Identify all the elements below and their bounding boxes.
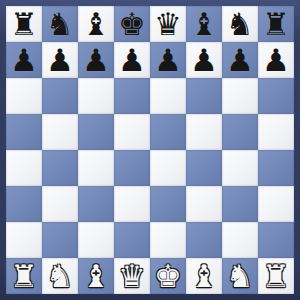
white-knight[interactable]: ♞ (226, 258, 254, 294)
square-c2[interactable] (78, 222, 114, 258)
square-h7[interactable]: ♟ (258, 42, 294, 78)
black-rook[interactable]: ♜ (262, 6, 290, 42)
square-a3[interactable] (6, 186, 42, 222)
white-bishop[interactable]: ♝ (82, 258, 110, 294)
square-a2[interactable] (6, 222, 42, 258)
square-g1[interactable]: ♞ (222, 258, 258, 294)
black-bishop[interactable]: ♝ (82, 6, 110, 42)
square-c7[interactable]: ♟ (78, 42, 114, 78)
white-bishop[interactable]: ♝ (190, 258, 218, 294)
square-a7[interactable]: ♟ (6, 42, 42, 78)
square-a6[interactable] (6, 78, 42, 114)
square-f2[interactable] (186, 222, 222, 258)
black-pawn[interactable]: ♟ (154, 42, 182, 78)
black-bishop[interactable]: ♝ (190, 6, 218, 42)
square-g3[interactable] (222, 186, 258, 222)
square-f8[interactable]: ♝ (186, 6, 222, 42)
square-f1[interactable]: ♝ (186, 258, 222, 294)
square-b8[interactable]: ♞ (42, 6, 78, 42)
square-h5[interactable] (258, 114, 294, 150)
square-e2[interactable] (150, 222, 186, 258)
square-h4[interactable] (258, 150, 294, 186)
black-rook[interactable]: ♜ (10, 6, 38, 42)
white-rook[interactable]: ♜ (262, 258, 290, 294)
square-c4[interactable] (78, 150, 114, 186)
square-f5[interactable] (186, 114, 222, 150)
white-rook[interactable]: ♜ (10, 258, 38, 294)
square-b6[interactable] (42, 78, 78, 114)
black-knight[interactable]: ♞ (226, 6, 254, 42)
white-king[interactable]: ♚ (154, 258, 182, 294)
square-e8[interactable]: ♛ (150, 6, 186, 42)
black-pawn[interactable]: ♟ (10, 42, 38, 78)
square-b5[interactable] (42, 114, 78, 150)
square-a1[interactable]: ♜ (6, 258, 42, 294)
black-pawn[interactable]: ♟ (46, 42, 74, 78)
square-c8[interactable]: ♝ (78, 6, 114, 42)
black-pawn[interactable]: ♟ (226, 42, 254, 78)
square-e6[interactable] (150, 78, 186, 114)
square-f3[interactable] (186, 186, 222, 222)
square-f7[interactable]: ♟ (186, 42, 222, 78)
square-d6[interactable] (114, 78, 150, 114)
square-d1[interactable]: ♛ (114, 258, 150, 294)
square-g2[interactable] (222, 222, 258, 258)
square-b4[interactable] (42, 150, 78, 186)
square-d4[interactable] (114, 150, 150, 186)
square-a4[interactable] (6, 150, 42, 186)
square-b3[interactable] (42, 186, 78, 222)
square-d3[interactable] (114, 186, 150, 222)
square-h3[interactable] (258, 186, 294, 222)
square-d5[interactable] (114, 114, 150, 150)
chess-board-frame: ♜♞♝♚♛♝♞♜♟♟♟♟♟♟♟♟♜♞♝♛♚♝♞♜ (0, 0, 300, 300)
square-g4[interactable] (222, 150, 258, 186)
black-king[interactable]: ♚ (118, 6, 146, 42)
square-f4[interactable] (186, 150, 222, 186)
square-c6[interactable] (78, 78, 114, 114)
black-pawn[interactable]: ♟ (262, 42, 290, 78)
black-knight[interactable]: ♞ (46, 6, 74, 42)
square-e7[interactable]: ♟ (150, 42, 186, 78)
square-d7[interactable]: ♟ (114, 42, 150, 78)
black-pawn[interactable]: ♟ (190, 42, 218, 78)
black-pawn[interactable]: ♟ (82, 42, 110, 78)
square-d8[interactable]: ♚ (114, 6, 150, 42)
white-queen[interactable]: ♛ (118, 258, 146, 294)
square-b7[interactable]: ♟ (42, 42, 78, 78)
square-d2[interactable] (114, 222, 150, 258)
square-e3[interactable] (150, 186, 186, 222)
square-c3[interactable] (78, 186, 114, 222)
square-e5[interactable] (150, 114, 186, 150)
square-h8[interactable]: ♜ (258, 6, 294, 42)
square-g7[interactable]: ♟ (222, 42, 258, 78)
square-e1[interactable]: ♚ (150, 258, 186, 294)
black-pawn[interactable]: ♟ (118, 42, 146, 78)
square-h6[interactable] (258, 78, 294, 114)
square-h2[interactable] (258, 222, 294, 258)
square-h1[interactable]: ♜ (258, 258, 294, 294)
chess-board: ♜♞♝♚♛♝♞♜♟♟♟♟♟♟♟♟♜♞♝♛♚♝♞♜ (6, 6, 294, 294)
square-a8[interactable]: ♜ (6, 6, 42, 42)
black-queen[interactable]: ♛ (154, 6, 182, 42)
square-g8[interactable]: ♞ (222, 6, 258, 42)
square-f6[interactable] (186, 78, 222, 114)
square-c5[interactable] (78, 114, 114, 150)
white-knight[interactable]: ♞ (46, 258, 74, 294)
square-g6[interactable] (222, 78, 258, 114)
square-a5[interactable] (6, 114, 42, 150)
square-b2[interactable] (42, 222, 78, 258)
square-c1[interactable]: ♝ (78, 258, 114, 294)
square-g5[interactable] (222, 114, 258, 150)
square-e4[interactable] (150, 150, 186, 186)
square-b1[interactable]: ♞ (42, 258, 78, 294)
